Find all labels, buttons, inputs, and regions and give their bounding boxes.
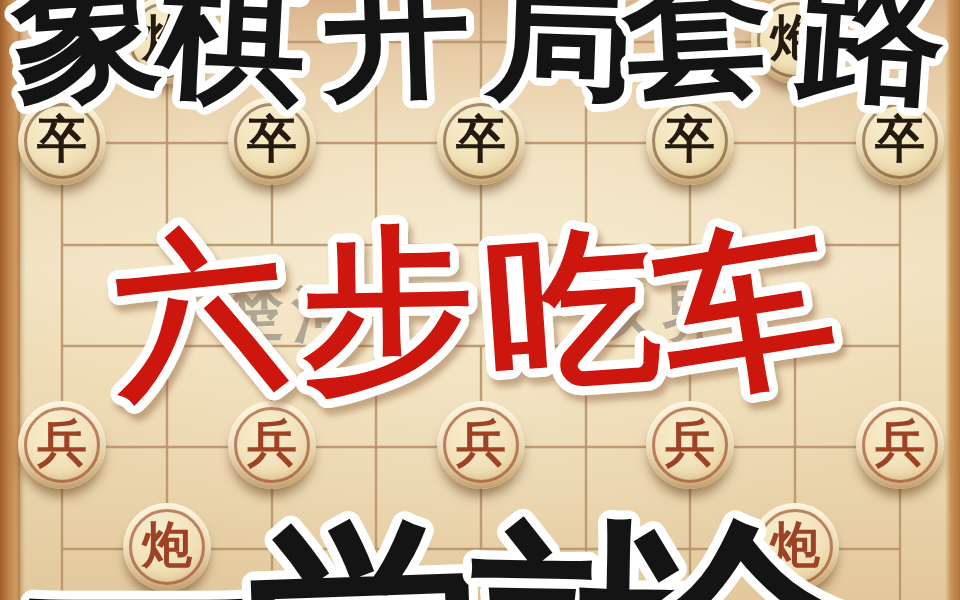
- caption-title: 象 棋 开 局 套 路: [0, 0, 960, 153]
- title-char-1: 象: [6, 0, 167, 123]
- piece-glyph: 兵: [456, 418, 506, 468]
- footer-char-2: 学: [243, 493, 487, 600]
- footer-char-4: 会: [619, 490, 867, 600]
- title-char-4: 局: [482, 0, 639, 123]
- subtitle-char-1: 六: [99, 204, 295, 422]
- piece-glyph: 兵: [875, 418, 925, 468]
- subtitle-char-2: 步: [299, 207, 474, 411]
- piece-glyph: 兵: [37, 418, 87, 468]
- title-char-3: 开: [317, 0, 473, 119]
- piece-glyph: 兵: [247, 418, 297, 468]
- caption-subtitle: 六 步 吃 车: [0, 210, 960, 420]
- subtitle-char-4: 车: [645, 199, 847, 425]
- title-char-2: 棋: [150, 0, 311, 124]
- subtitle-char-3: 吃: [480, 204, 666, 417]
- title-char-5: 套: [617, 0, 776, 120]
- footer-char-1: 一: [23, 484, 258, 600]
- caption-footer: 一 学 就 会: [0, 490, 960, 600]
- piece-glyph: 兵: [665, 418, 715, 468]
- title-char-6: 路: [791, 0, 952, 125]
- xiangqi-thumbnail: 楚 河 汉 界 炮炮卒卒卒卒卒兵兵兵兵兵炮炮 象 棋 开 局 套 路 六 步 吃…: [0, 0, 960, 600]
